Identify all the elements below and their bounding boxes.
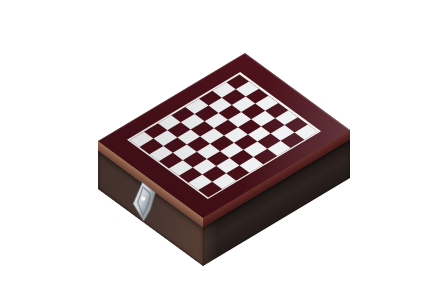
clasp-latch [128, 180, 161, 224]
product-photo [0, 0, 445, 305]
clasp-plate [131, 181, 158, 222]
